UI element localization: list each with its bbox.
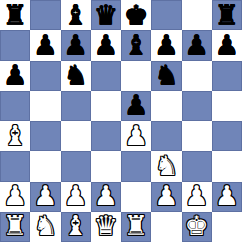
square-f7[interactable]: ♟ [151, 30, 181, 60]
black-pawn-piece[interactable]: ♟ [3, 61, 27, 88]
white-knight-piece[interactable]: ♞ [154, 152, 178, 179]
black-bishop-piece[interactable]: ♝ [124, 31, 148, 58]
white-king-piece[interactable]: ♚ [185, 212, 209, 239]
square-f6[interactable]: ♞ [151, 61, 181, 91]
square-c6[interactable]: ♞ [61, 61, 91, 91]
square-g8[interactable] [182, 0, 212, 30]
square-d6[interactable] [91, 61, 121, 91]
white-queen-piece[interactable]: ♛ [94, 212, 118, 239]
black-bishop-piece[interactable]: ♝ [64, 1, 88, 28]
square-a6[interactable]: ♟ [0, 61, 30, 91]
square-f8[interactable] [151, 0, 181, 30]
square-a7[interactable] [0, 30, 30, 60]
square-d2[interactable]: ♟ [91, 182, 121, 212]
square-a3[interactable] [0, 151, 30, 181]
black-queen-piece[interactable]: ♛ [94, 1, 118, 28]
square-f1[interactable] [151, 212, 181, 242]
white-pawn-piece[interactable]: ♟ [185, 182, 209, 209]
black-knight-piece[interactable]: ♞ [64, 61, 88, 88]
white-pawn-piece[interactable]: ♟ [3, 182, 27, 209]
square-b7[interactable]: ♟ [30, 30, 60, 60]
white-pawn-piece[interactable]: ♟ [215, 182, 239, 209]
square-c2[interactable]: ♟ [61, 182, 91, 212]
square-f4[interactable] [151, 121, 181, 151]
white-bishop-piece[interactable]: ♝ [3, 122, 27, 149]
black-king-piece[interactable]: ♚ [124, 1, 148, 28]
white-pawn-piece[interactable]: ♟ [94, 182, 118, 209]
square-e4[interactable]: ♟ [121, 121, 151, 151]
square-e3[interactable] [121, 151, 151, 181]
square-d3[interactable] [91, 151, 121, 181]
square-h4[interactable] [212, 121, 242, 151]
black-pawn-piece[interactable]: ♟ [94, 31, 118, 58]
square-g7[interactable]: ♟ [182, 30, 212, 60]
black-pawn-piece[interactable]: ♟ [33, 31, 57, 58]
square-c5[interactable] [61, 91, 91, 121]
square-c4[interactable] [61, 121, 91, 151]
black-pawn-piece[interactable]: ♟ [154, 31, 178, 58]
white-pawn-piece[interactable]: ♟ [64, 182, 88, 209]
square-h8[interactable]: ♜ [212, 0, 242, 30]
square-c8[interactable]: ♝ [61, 0, 91, 30]
black-pawn-piece[interactable]: ♟ [64, 31, 88, 58]
square-b4[interactable] [30, 121, 60, 151]
square-d5[interactable] [91, 91, 121, 121]
square-b6[interactable] [30, 61, 60, 91]
square-c1[interactable]: ♝ [61, 212, 91, 242]
white-knight-piece[interactable]: ♞ [33, 212, 57, 239]
square-b8[interactable] [30, 0, 60, 30]
chess-board: ♜♝♛♚♜♟♟♟♝♟♟♟♟♞♞♟♝♟♞♟♟♟♟♟♟♟♜♞♝♛♜♚ [0, 0, 242, 242]
square-e1[interactable]: ♜ [121, 212, 151, 242]
square-b1[interactable]: ♞ [30, 212, 60, 242]
square-e2[interactable] [121, 182, 151, 212]
square-e7[interactable]: ♝ [121, 30, 151, 60]
white-pawn-piece[interactable]: ♟ [33, 182, 57, 209]
square-e8[interactable]: ♚ [121, 0, 151, 30]
square-a2[interactable]: ♟ [0, 182, 30, 212]
square-g2[interactable]: ♟ [182, 182, 212, 212]
square-a5[interactable] [0, 91, 30, 121]
square-c7[interactable]: ♟ [61, 30, 91, 60]
square-h6[interactable] [212, 61, 242, 91]
black-knight-piece[interactable]: ♞ [154, 61, 178, 88]
square-g1[interactable]: ♚ [182, 212, 212, 242]
square-b3[interactable] [30, 151, 60, 181]
square-g3[interactable] [182, 151, 212, 181]
square-g5[interactable] [182, 91, 212, 121]
square-h7[interactable]: ♟ [212, 30, 242, 60]
square-c3[interactable] [61, 151, 91, 181]
square-e5[interactable]: ♟ [121, 91, 151, 121]
black-pawn-piece[interactable]: ♟ [124, 91, 148, 118]
square-e6[interactable] [121, 61, 151, 91]
square-a8[interactable]: ♜ [0, 0, 30, 30]
square-g4[interactable] [182, 121, 212, 151]
square-f5[interactable] [151, 91, 181, 121]
black-pawn-piece[interactable]: ♟ [185, 31, 209, 58]
black-pawn-piece[interactable]: ♟ [215, 31, 239, 58]
white-pawn-piece[interactable]: ♟ [154, 182, 178, 209]
square-h1[interactable] [212, 212, 242, 242]
white-rook-piece[interactable]: ♜ [124, 212, 148, 239]
square-a4[interactable]: ♝ [0, 121, 30, 151]
square-g6[interactable] [182, 61, 212, 91]
square-b5[interactable] [30, 91, 60, 121]
square-b2[interactable]: ♟ [30, 182, 60, 212]
white-bishop-piece[interactable]: ♝ [64, 212, 88, 239]
square-d4[interactable] [91, 121, 121, 151]
square-d1[interactable]: ♛ [91, 212, 121, 242]
square-d8[interactable]: ♛ [91, 0, 121, 30]
white-pawn-piece[interactable]: ♟ [124, 122, 148, 149]
white-rook-piece[interactable]: ♜ [3, 212, 27, 239]
square-a1[interactable]: ♜ [0, 212, 30, 242]
black-rook-piece[interactable]: ♜ [215, 1, 239, 28]
square-f3[interactable]: ♞ [151, 151, 181, 181]
square-d7[interactable]: ♟ [91, 30, 121, 60]
square-h3[interactable] [212, 151, 242, 181]
square-h5[interactable] [212, 91, 242, 121]
square-h2[interactable]: ♟ [212, 182, 242, 212]
black-rook-piece[interactable]: ♜ [3, 1, 27, 28]
square-f2[interactable]: ♟ [151, 182, 181, 212]
